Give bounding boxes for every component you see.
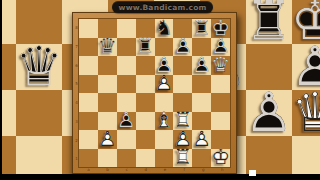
file-label-b: b (98, 168, 117, 172)
rank-label-7: 7 (75, 45, 79, 49)
square-f6[interactable] (173, 56, 192, 75)
square-a2[interactable] (79, 130, 98, 149)
square-g4[interactable] (192, 93, 211, 112)
square-d2[interactable] (136, 130, 155, 149)
square-d4[interactable] (136, 93, 155, 112)
rank-label-8: 8 (75, 26, 79, 30)
black-knight-e8[interactable]: ♞♘ (155, 19, 174, 38)
white-pawn-e5[interactable]: ♟♙ (155, 75, 174, 94)
square-g5[interactable] (192, 75, 211, 94)
square-d1[interactable] (136, 149, 155, 168)
rank-label-1: 1 (75, 157, 79, 161)
file-label-h: h (213, 168, 232, 172)
file-label-e: e (156, 168, 175, 172)
black-pawn-f7[interactable]: ♟♙ (173, 38, 192, 57)
square-a7[interactable] (79, 38, 98, 57)
watermark-text: www.Bandicam.com (119, 3, 207, 12)
corner-dot (249, 170, 256, 176)
square-e1[interactable] (155, 149, 174, 168)
square-b4[interactable] (98, 93, 117, 112)
white-pawn-g2[interactable]: ♟♙ (192, 130, 211, 149)
rank-label-6: 6 (75, 64, 79, 68)
square-c2[interactable] (117, 130, 136, 149)
bg-square-a8 (0, 0, 16, 44)
square-b5[interactable] (98, 75, 117, 94)
bg-square-a7 (0, 44, 16, 90)
square-c6[interactable] (117, 56, 136, 75)
black-rook-d7[interactable]: ♜♖ (136, 38, 155, 57)
square-b6[interactable] (98, 56, 117, 75)
square-a6[interactable] (79, 56, 98, 75)
chess-board: ♞♘♜♖♚♔♛♕♜♖♟♙♟♙♟♙♟♙♛♕♟♙♟♙♝♗♜♖♟♙♟♙♟♙♜♖♚♔ a… (72, 12, 237, 174)
square-a1[interactable] (79, 149, 98, 168)
file-label-d: d (136, 168, 155, 172)
left-black-bar (0, 0, 2, 180)
square-h4[interactable] (211, 93, 230, 112)
square-g1[interactable] (192, 149, 211, 168)
square-d3[interactable] (136, 112, 155, 131)
square-d6[interactable] (136, 56, 155, 75)
bandicam-watermark: www.Bandicam.com (112, 1, 213, 13)
square-e2[interactable] (155, 130, 174, 149)
square-a3[interactable] (79, 112, 98, 131)
bg-white-queen-h6: ♛♕ (292, 90, 320, 136)
video-frame: ♜♖♚♔♛♕♟♙♟♙♟♙♛♕ ♞♘♜♖♚♔♛♕♜♖♟♙♟♙♟♙♟♙♛♕♟♙♟♙♝… (0, 0, 320, 180)
square-h5[interactable] (211, 75, 230, 94)
bg-square-a6 (0, 90, 16, 136)
white-queen-h6[interactable]: ♛♕ (211, 56, 230, 75)
black-pawn-c3[interactable]: ♟♙ (117, 112, 136, 131)
white-king-h1[interactable]: ♚♔ (211, 149, 230, 168)
rank-label-3: 3 (75, 120, 79, 124)
square-a8[interactable] (79, 19, 98, 38)
black-queen-b7[interactable]: ♛♕ (98, 38, 117, 57)
file-label-a: a (79, 168, 98, 172)
square-c7[interactable] (117, 38, 136, 57)
square-c5[interactable] (117, 75, 136, 94)
square-a5[interactable] (79, 75, 98, 94)
square-f5[interactable] (173, 75, 192, 94)
square-h3[interactable] (211, 112, 230, 131)
bg-black-rook-g8: ♜♖ (246, 0, 292, 44)
board-squares: ♞♘♜♖♚♔♛♕♜♖♟♙♟♙♟♙♟♙♛♕♟♙♟♙♝♗♜♖♟♙♟♙♟♙♜♖♚♔ (78, 18, 231, 168)
rank-label-4: 4 (75, 101, 79, 105)
file-label-g: g (194, 168, 213, 172)
bg-black-queen-b7: ♛♕ (16, 44, 62, 90)
file-label-f: f (175, 168, 194, 172)
rank-label-2: 2 (75, 139, 79, 143)
white-pawn-b2[interactable]: ♟♙ (98, 130, 117, 149)
square-c8[interactable] (117, 19, 136, 38)
square-b1[interactable] (98, 149, 117, 168)
white-rook-f1[interactable]: ♜♖ (173, 149, 192, 168)
black-pawn-g6[interactable]: ♟♙ (192, 56, 211, 75)
bg-black-pawn-g6: ♟♙ (246, 90, 292, 136)
square-c1[interactable] (117, 149, 136, 168)
square-d5[interactable] (136, 75, 155, 94)
square-a4[interactable] (79, 93, 98, 112)
bottom-black-bar (0, 174, 320, 180)
black-rook-g8[interactable]: ♜♖ (192, 19, 211, 38)
rank-label-5: 5 (75, 82, 79, 86)
white-bishop-e3[interactable]: ♝♗ (155, 112, 174, 131)
file-label-c: c (117, 168, 136, 172)
